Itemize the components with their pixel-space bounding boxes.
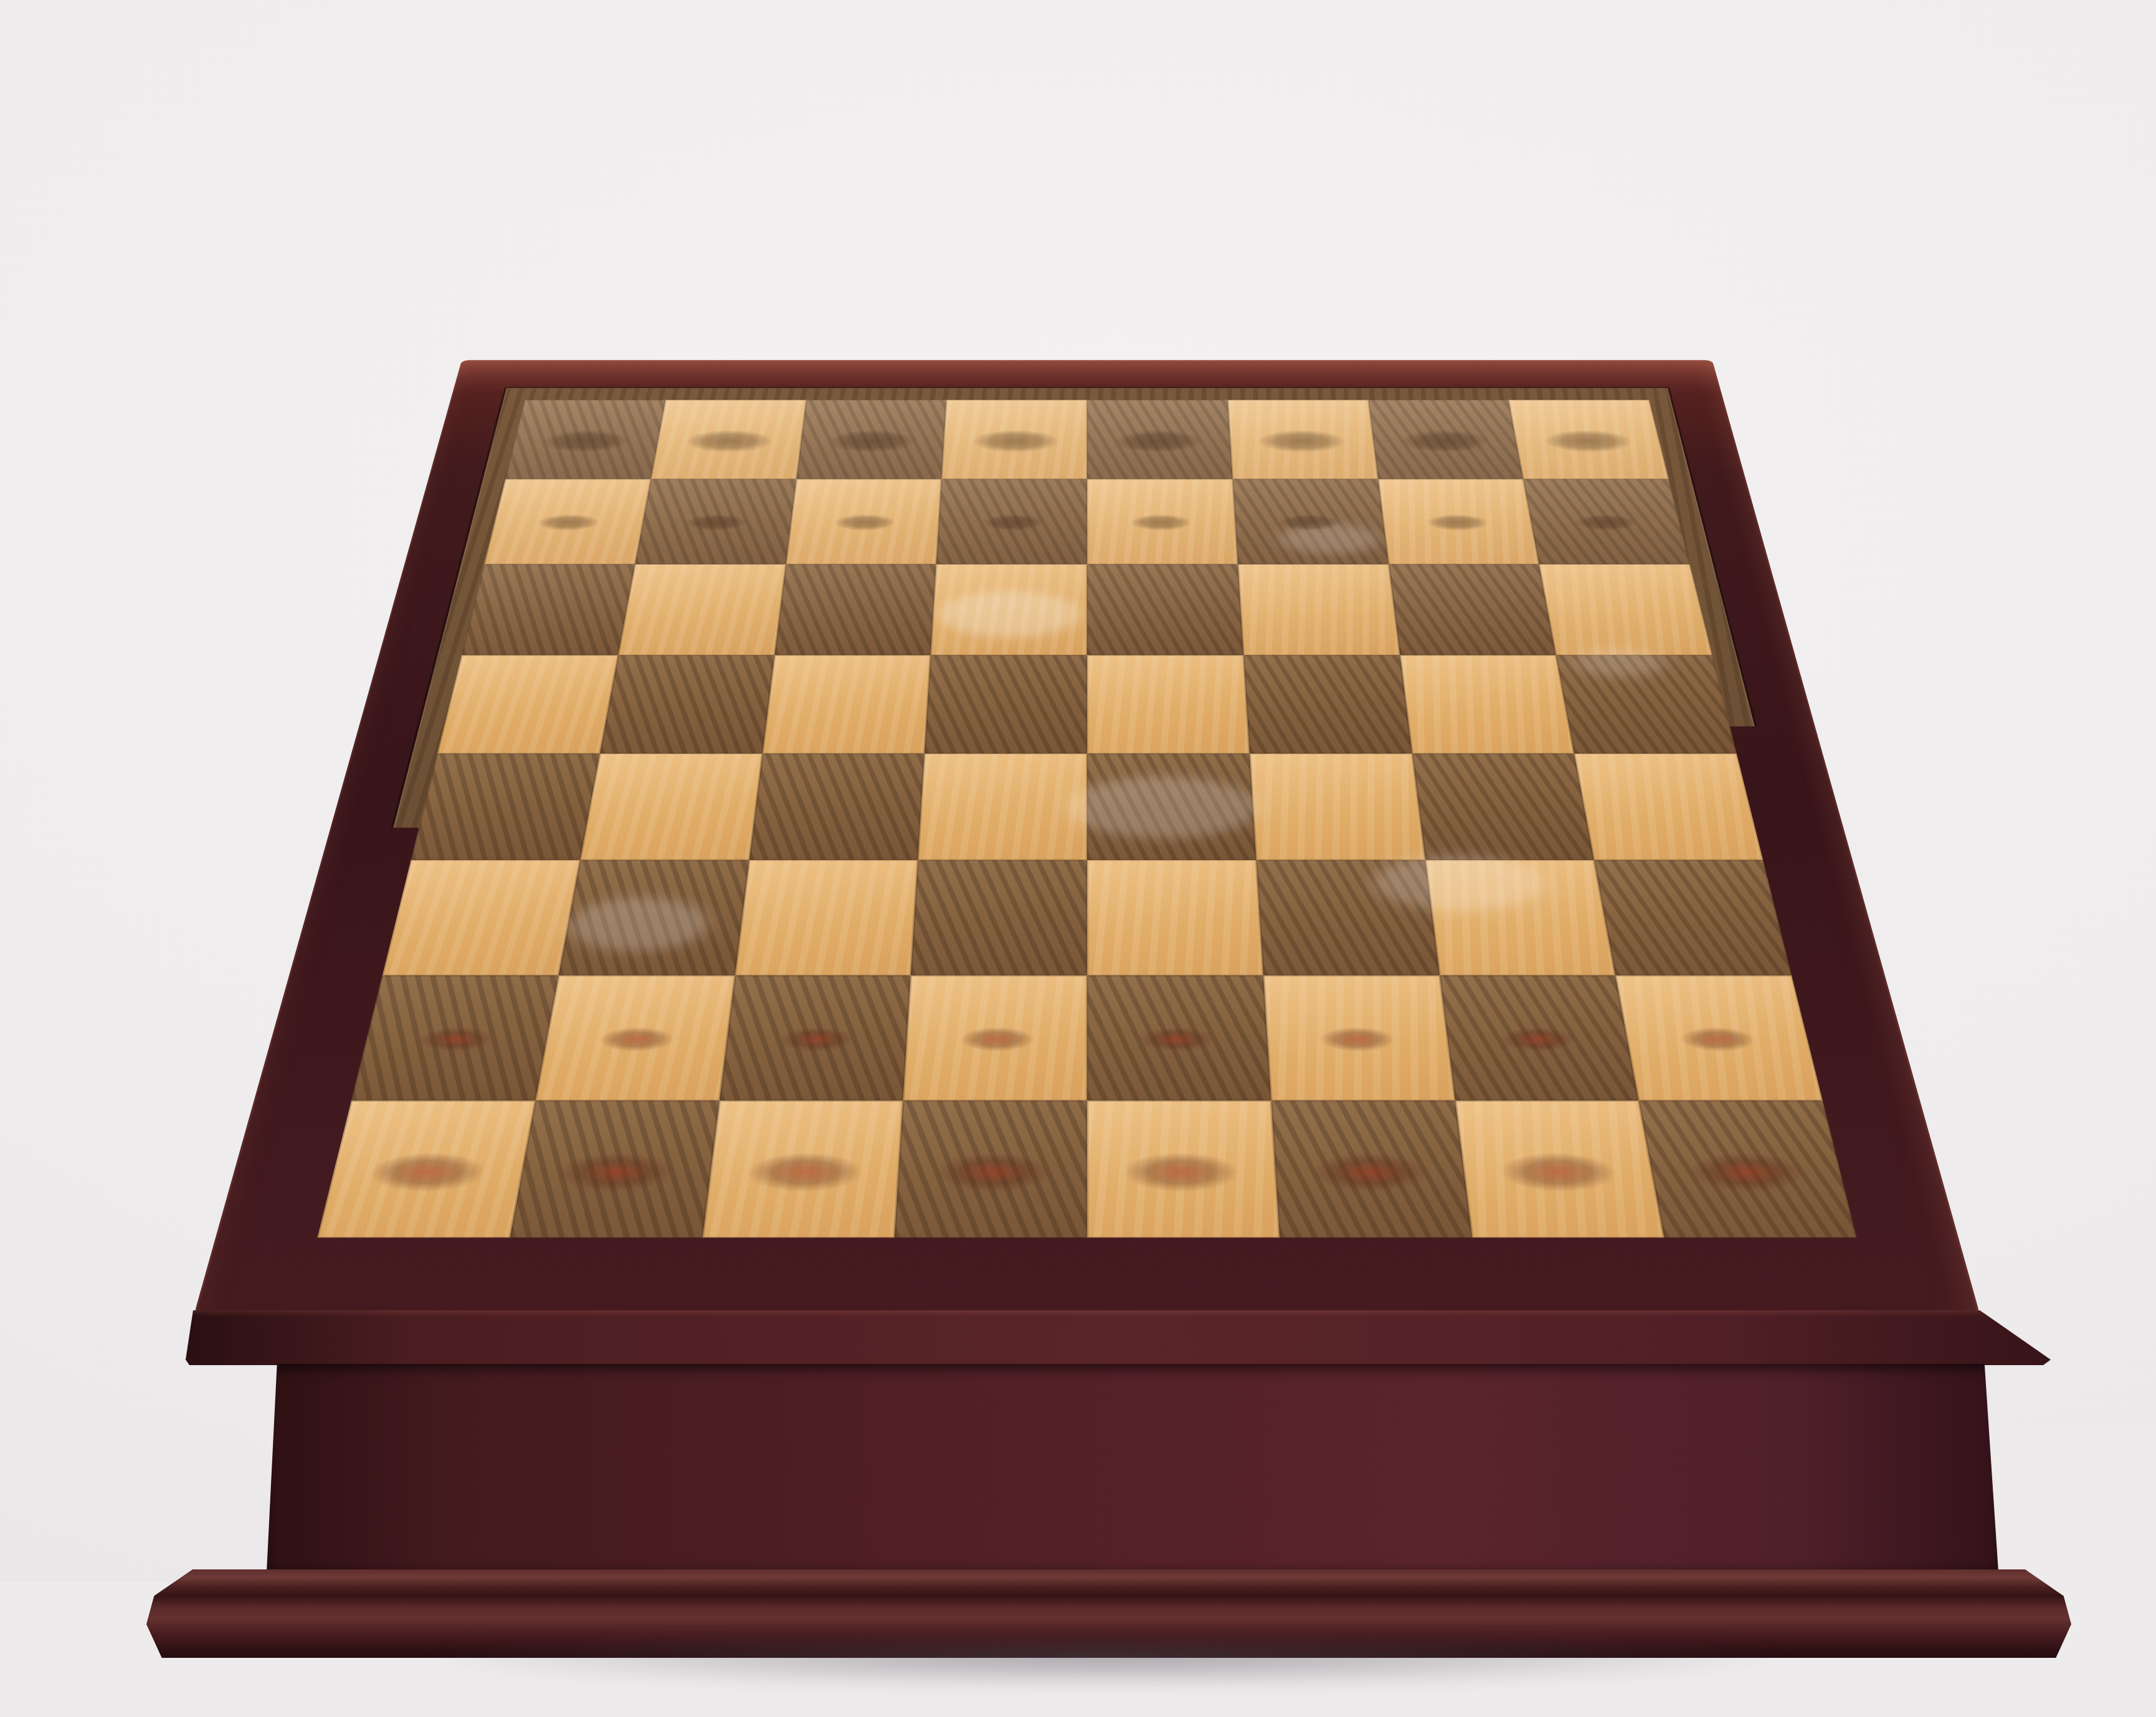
- box-lid-front: [186, 1310, 2051, 1365]
- chess-board: ♜♝♞♛♚♝♞♜♟♟♟♟♟♟♟♟♟♟♟♟♟♟♟♟♜♞♝♛♚♝♞♜: [194, 360, 1980, 1315]
- cell-h1: ♜: [1639, 1100, 1857, 1237]
- photo-stage: ♜♝♞♛♚♝♞♜♟♟♟♟♟♟♟♟♟♟♟♟♟♟♟♟♜♞♝♛♚♝♞♜: [0, 0, 2156, 1717]
- piece-gold-rook-h1[interactable]: ♜: [1555, 588, 1936, 1194]
- piece-silver-pawn-h7[interactable]: ♟: [1500, 199, 1711, 534]
- board-pieces: ♜♝♞♛♚♝♞♜♟♟♟♟♟♟♟♟♟♟♟♟♟♟♟♟♜♞♝♛♚♝♞♜: [317, 400, 1856, 1237]
- box-body: [267, 1364, 1998, 1572]
- floor-shadow: [187, 1643, 2025, 1689]
